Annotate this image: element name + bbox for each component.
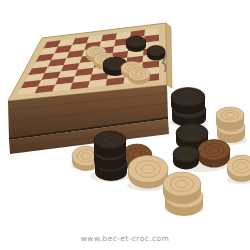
- light-checker-piece: [227, 155, 250, 182]
- watermark-text: www.bec-et-croc.com: [81, 234, 169, 243]
- light-checker-piece: [216, 107, 244, 131]
- photo-svg: [0, 0, 250, 250]
- dark-checker-piece: [94, 131, 126, 158]
- dark-checker-piece: [147, 46, 165, 61]
- dark-checker-piece: [171, 88, 205, 115]
- brown-checker-piece: [198, 140, 230, 168]
- light-checker-piece: [128, 156, 168, 189]
- dark-checker-piece: [173, 146, 199, 170]
- light-checker-piece: [163, 172, 201, 204]
- product-photo: www.bec-et-croc.com: [0, 0, 250, 250]
- box-right-face: [166, 23, 172, 88]
- dark-checker-piece: [126, 36, 146, 52]
- light-checker-piece: [128, 68, 150, 85]
